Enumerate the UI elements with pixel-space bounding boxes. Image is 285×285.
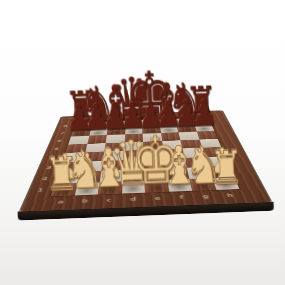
file-label-a: a xyxy=(46,199,72,207)
board-tilt-wrapper: ♜♞♝♛♚♝♞♜♟♟♟♟♟♟♟♟♟♟♟♟♟♟♟♟♜♞♝♛♚♝♞♜ abcdefg… xyxy=(0,0,285,285)
file-label-g: g xyxy=(192,193,218,201)
board-side-edge xyxy=(17,202,273,221)
file-label-b: b xyxy=(71,198,97,206)
perspective-scene: ♜♞♝♛♚♝♞♜♟♟♟♟♟♟♟♟♟♟♟♟♟♟♟♟♜♞♝♛♚♝♞♜ abcdefg… xyxy=(0,0,285,285)
file-label-d: d xyxy=(120,196,145,204)
chess-board: ♜♞♝♛♚♝♞♜♟♟♟♟♟♟♟♟♟♟♟♟♟♟♟♟♜♞♝♛♚♝♞♜ abcdefg… xyxy=(20,111,271,212)
file-label-e: e xyxy=(145,195,170,203)
file-label-c: c xyxy=(96,197,121,205)
chess-set-photo: ♜♞♝♛♚♝♞♜♟♟♟♟♟♟♟♟♟♟♟♟♟♟♟♟♜♞♝♛♚♝♞♜ abcdefg… xyxy=(0,0,285,285)
board-squares: ♜♞♝♛♚♝♞♜♟♟♟♟♟♟♟♟♟♟♟♟♟♟♟♟♜♞♝♛♚♝♞♜ xyxy=(50,117,239,196)
piece-black-pawn-h7[interactable]: ♟ xyxy=(190,95,218,132)
piece-white-rook-h1[interactable]: ♜ xyxy=(209,143,245,191)
file-label-h: h xyxy=(216,192,243,200)
square-h1[interactable]: ♜ xyxy=(211,177,239,190)
file-label-f: f xyxy=(168,194,194,202)
square-h7[interactable]: ♟ xyxy=(194,124,214,132)
